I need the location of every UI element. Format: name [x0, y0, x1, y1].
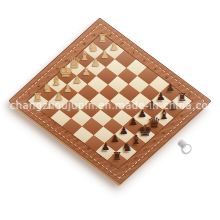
coord-label: a [91, 33, 96, 37]
coord-label: 1 [29, 105, 34, 109]
coord-label: 6 [85, 147, 90, 151]
coord-label: 7 [97, 156, 102, 160]
piece-white-rook: ♜ [96, 31, 111, 45]
coord-label: g [36, 84, 41, 88]
coord-label: 3 [51, 122, 56, 126]
coord-label: d [161, 131, 166, 135]
coord-label: e [54, 67, 59, 71]
coord-label: c [73, 50, 78, 54]
coord-label: c [170, 123, 175, 127]
chess-board: 12345678 12345678 abcdefgh abcdefgh ♜♟♟♜… [8, 18, 212, 185]
coord-label: f [143, 148, 147, 152]
metal-clasp [175, 137, 195, 157]
coord-label: h [124, 165, 129, 169]
coord-label: g [133, 156, 138, 160]
coord-label: 8 [108, 164, 113, 168]
coord-label: 4 [63, 130, 68, 134]
coord-label: a [188, 106, 193, 110]
coord-label: e [152, 139, 157, 143]
coord-label: 2 [40, 114, 45, 118]
coord-label: 5 [74, 139, 79, 143]
coord-label: d [63, 58, 68, 62]
coord-label: h [27, 92, 32, 96]
coord-label: f [45, 76, 49, 80]
coord-label: b [179, 114, 184, 118]
product-photo-stage: 12345678 12345678 abcdefgh abcdefgh ♜♟♟♜… [0, 0, 220, 220]
board-grid: ♜♟♟♜♞♟♟♞♝♟♟♝♛♟♟♛♚♟♟♚♝♟♟♝♞♟♟♞♜♟♟♜ [28, 34, 192, 169]
coord-label: b [82, 42, 87, 46]
